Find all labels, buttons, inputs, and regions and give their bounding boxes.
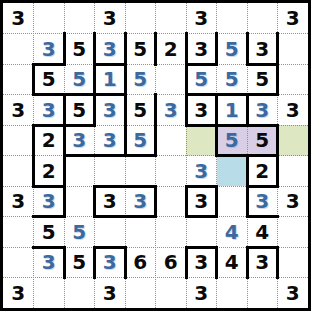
cell-r6-c0[interactable]: 3	[3, 186, 34, 217]
cell-r3-c4[interactable]: 5	[125, 95, 156, 126]
cell-r6-c2[interactable]	[64, 186, 95, 217]
cell-r5-c9[interactable]	[278, 156, 309, 187]
cell-r9-c8[interactable]	[247, 278, 278, 309]
cell-r0-c6[interactable]: 3	[186, 3, 217, 34]
cell-r7-c9[interactable]	[278, 217, 309, 248]
fillomino-puzzle-screen: 3333353523535515555335353313323355523233…	[0, 0, 311, 311]
cell-r1-c6[interactable]: 3	[186, 34, 217, 65]
cell-r3-c6[interactable]: 3	[186, 95, 217, 126]
cell-r9-c9[interactable]: 3	[278, 278, 309, 309]
cell-r4-c2[interactable]: 3	[64, 125, 95, 156]
cell-r7-c3[interactable]	[95, 217, 126, 248]
cell-r4-c7[interactable]: 5	[217, 125, 248, 156]
cell-r2-c0[interactable]	[3, 64, 34, 95]
cell-r1-c1[interactable]: 3	[34, 34, 65, 65]
cell-r0-c3[interactable]: 3	[95, 3, 126, 34]
cell-r0-c5[interactable]	[156, 3, 187, 34]
cell-r0-c4[interactable]	[125, 3, 156, 34]
cell-r4-c8[interactable]: 5	[247, 125, 278, 156]
cell-r9-c4[interactable]	[125, 278, 156, 309]
cell-r5-c0[interactable]	[3, 156, 34, 187]
cell-r8-c1[interactable]: 3	[34, 247, 65, 278]
cell-r3-c1[interactable]: 3	[34, 95, 65, 126]
cell-r9-c6[interactable]: 3	[186, 278, 217, 309]
cell-r4-c9[interactable]	[278, 125, 309, 156]
cell-r3-c3[interactable]: 3	[95, 95, 126, 126]
cell-r4-c5[interactable]	[156, 125, 187, 156]
cell-r1-c5[interactable]: 2	[156, 34, 187, 65]
cell-r9-c0[interactable]: 3	[3, 278, 34, 309]
cell-r7-c4[interactable]	[125, 217, 156, 248]
cell-r5-c7[interactable]	[217, 156, 248, 187]
cell-r0-c7[interactable]	[217, 3, 248, 34]
cell-r4-c6[interactable]	[186, 125, 217, 156]
cell-r8-c2[interactable]: 5	[64, 247, 95, 278]
cell-r5-c5[interactable]	[156, 156, 187, 187]
cell-r2-c5[interactable]	[156, 64, 187, 95]
cell-r5-c3[interactable]	[95, 156, 126, 187]
cell-r0-c1[interactable]	[34, 3, 65, 34]
cell-r8-c3[interactable]: 3	[95, 247, 126, 278]
cell-r3-c0[interactable]: 3	[3, 95, 34, 126]
cell-r8-c0[interactable]	[3, 247, 34, 278]
cell-r3-c5[interactable]: 3	[156, 95, 187, 126]
cell-r2-c8[interactable]: 5	[247, 64, 278, 95]
cell-r2-c9[interactable]	[278, 64, 309, 95]
cell-r1-c7[interactable]: 5	[217, 34, 248, 65]
cell-r2-c7[interactable]: 5	[217, 64, 248, 95]
cell-r7-c7[interactable]: 4	[217, 217, 248, 248]
cell-r4-c4[interactable]: 5	[125, 125, 156, 156]
cell-r9-c7[interactable]	[217, 278, 248, 309]
cell-r2-c4[interactable]: 5	[125, 64, 156, 95]
cell-r5-c4[interactable]	[125, 156, 156, 187]
cell-r7-c5[interactable]	[156, 217, 187, 248]
cell-r9-c2[interactable]	[64, 278, 95, 309]
cell-r0-c0[interactable]: 3	[3, 3, 34, 34]
cell-r8-c5[interactable]: 6	[156, 247, 187, 278]
cell-r8-c4[interactable]: 6	[125, 247, 156, 278]
cell-r2-c2[interactable]: 5	[64, 64, 95, 95]
cell-r4-c3[interactable]: 3	[95, 125, 126, 156]
cell-r1-c2[interactable]: 5	[64, 34, 95, 65]
cell-r2-c6[interactable]: 5	[186, 64, 217, 95]
cell-r9-c1[interactable]	[34, 278, 65, 309]
cell-r8-c9[interactable]	[278, 247, 309, 278]
puzzle-board[interactable]: 3333353523535515555335353313323355523233…	[0, 0, 311, 311]
cell-r3-c9[interactable]: 3	[278, 95, 309, 126]
cell-r1-c0[interactable]	[3, 34, 34, 65]
cell-r6-c6[interactable]: 3	[186, 186, 217, 217]
cell-r0-c8[interactable]	[247, 3, 278, 34]
cell-r4-c1[interactable]: 2	[34, 125, 65, 156]
cell-r7-c2[interactable]: 5	[64, 217, 95, 248]
cell-r1-c9[interactable]	[278, 34, 309, 65]
cell-r6-c1[interactable]: 3	[34, 186, 65, 217]
cell-r5-c6[interactable]: 3	[186, 156, 217, 187]
cell-r3-c8[interactable]: 3	[247, 95, 278, 126]
cell-r2-c3[interactable]: 1	[95, 64, 126, 95]
cell-r5-c1[interactable]: 2	[34, 156, 65, 187]
cell-r3-c2[interactable]: 5	[64, 95, 95, 126]
cell-r1-c8[interactable]: 3	[247, 34, 278, 65]
cell-r1-c4[interactable]: 5	[125, 34, 156, 65]
cell-r6-c7[interactable]	[217, 186, 248, 217]
cell-r7-c0[interactable]	[3, 217, 34, 248]
cell-r6-c5[interactable]	[156, 186, 187, 217]
cell-r0-c9[interactable]: 3	[278, 3, 309, 34]
cell-r5-c2[interactable]	[64, 156, 95, 187]
cell-r6-c3[interactable]: 3	[95, 186, 126, 217]
cell-r2-c1[interactable]: 5	[34, 64, 65, 95]
cell-r1-c3[interactable]: 3	[95, 34, 126, 65]
cell-r9-c3[interactable]: 3	[95, 278, 126, 309]
cell-r9-c5[interactable]	[156, 278, 187, 309]
cell-r7-c1[interactable]: 5	[34, 217, 65, 248]
cell-r7-c6[interactable]	[186, 217, 217, 248]
cell-r7-c8[interactable]: 4	[247, 217, 278, 248]
cell-r8-c8[interactable]: 3	[247, 247, 278, 278]
cell-r0-c2[interactable]	[64, 3, 95, 34]
cell-r5-c8[interactable]: 2	[247, 156, 278, 187]
cell-r6-c8[interactable]: 3	[247, 186, 278, 217]
cell-r6-c4[interactable]: 3	[125, 186, 156, 217]
cell-r6-c9[interactable]: 3	[278, 186, 309, 217]
cell-r4-c0[interactable]	[3, 125, 34, 156]
cell-r8-c7[interactable]: 4	[217, 247, 248, 278]
cell-r3-c7[interactable]: 1	[217, 95, 248, 126]
cell-r8-c6[interactable]: 3	[186, 247, 217, 278]
